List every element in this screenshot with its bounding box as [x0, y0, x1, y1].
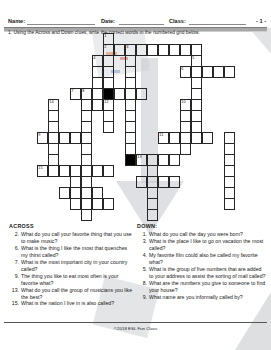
- class-label: Class:: [169, 18, 186, 24]
- instruction-text: 1. Using the Across and Down clues, writ…: [8, 30, 258, 35]
- cell-number: 5: [192, 56, 194, 61]
- across-heading: ACROSS: [9, 223, 133, 230]
- cell-number: 10: [181, 100, 185, 105]
- clue-item: 7.What is the most important city in you…: [9, 259, 133, 273]
- grid-cell[interactable]: [202, 132, 214, 144]
- cell-number: 15: [38, 166, 42, 171]
- down-section: DOWN: 1.What do you call the day you wer…: [137, 223, 267, 300]
- clue-text: What is the group of five numbers that a…: [149, 266, 267, 280]
- cell-number: 2: [104, 45, 106, 50]
- footer-rule: [4, 322, 267, 323]
- clue-item: 6.What is the thing I like the most that…: [9, 245, 133, 259]
- cell-number: 9: [38, 133, 40, 138]
- grid-cell[interactable]: [169, 176, 181, 188]
- grid-cell[interactable]: [103, 165, 115, 177]
- page-number: - 1 -: [256, 18, 266, 24]
- clue-number: 5.: [137, 266, 149, 280]
- clue-number: 4.: [137, 252, 149, 266]
- clue-text: My favorite film could also be called my…: [149, 252, 267, 266]
- cell-number: 1: [104, 34, 106, 39]
- cell-number: 7: [71, 89, 73, 94]
- down-clue-list: 1.What do you call the day you were born…: [137, 231, 267, 300]
- grid-cell[interactable]: [180, 143, 192, 155]
- clue-item: 1.What do you call the day you were born…: [137, 231, 267, 238]
- clue-number: 1.: [137, 231, 149, 238]
- name-label: Name:: [8, 18, 25, 24]
- clue-item: 5.What is the group of five numbers that…: [137, 266, 267, 280]
- clue-item: 15.What is the nation I live in is also …: [9, 300, 133, 307]
- cell-number: 4: [93, 56, 95, 61]
- cell-number: 11: [159, 133, 163, 138]
- grid-cell[interactable]: [103, 121, 115, 133]
- grid-cell[interactable]: [224, 198, 236, 210]
- clue-text: What are the numbers you give to someone…: [149, 280, 267, 294]
- grid-cell[interactable]: [103, 198, 115, 210]
- clue-number: 3.: [137, 238, 149, 252]
- grid-cell[interactable]: [224, 66, 236, 78]
- clue-text: The thing you like to eat most often is …: [21, 273, 133, 287]
- clue-item: 9.The thing you like to eat most often i…: [9, 273, 133, 287]
- class-input-line[interactable]: [189, 24, 246, 25]
- cell-number: 3: [126, 45, 128, 50]
- clue-text: What is the place I like to go on vacati…: [149, 238, 267, 252]
- clue-number: 8.: [137, 280, 149, 294]
- grid-cell[interactable]: [169, 154, 181, 166]
- clue-text: What is the thing I like the most that q…: [21, 245, 133, 259]
- clue-text: What is the most important city in your …: [21, 259, 133, 273]
- clue-item: 2.What do you call your favorite thing t…: [9, 231, 133, 245]
- date-label: Date:: [101, 18, 115, 24]
- grid-cell[interactable]: [81, 209, 93, 221]
- clue-text: What do you call your favorite thing tha…: [21, 231, 133, 245]
- grid-cell[interactable]: [147, 209, 159, 221]
- clue-number: 2.: [9, 231, 21, 245]
- copyright-text: ©2018 ESL Fun Class: [0, 326, 271, 331]
- cell-number: 14: [49, 100, 53, 105]
- across-clue-list: 2.What do you call your favorite thing t…: [9, 231, 133, 307]
- name-input-line[interactable]: [27, 24, 95, 25]
- clue-item: 13.What do you call the group of musicia…: [9, 287, 133, 301]
- cell-number: 13: [137, 155, 141, 160]
- worksheet-page: Name: Date: Class: - 1 - 1. Using the Ac…: [0, 0, 271, 350]
- clue-item: 4.My favorite film could also be called …: [137, 252, 267, 266]
- grid-cell[interactable]: [136, 88, 148, 100]
- clue-number: 13.: [9, 287, 21, 301]
- clue-item: 8.What are the numbers you give to someo…: [137, 280, 267, 294]
- clue-number: 9.: [9, 273, 21, 287]
- cell-number: 12: [104, 100, 108, 105]
- down-heading: DOWN:: [137, 223, 267, 230]
- clue-item: 9.What name are you informally called by…: [137, 294, 267, 301]
- corner-triangle-bottom-right: [235, 292, 271, 350]
- clue-item: 3.What is the place I like to go on vaca…: [137, 238, 267, 252]
- cell-number: 8: [82, 89, 84, 94]
- clue-text: What do you call the day you were born?: [149, 231, 267, 238]
- across-section: ACROSS 2.What do you call your favorite …: [9, 223, 133, 307]
- clue-number: 7.: [9, 259, 21, 273]
- date-input-line[interactable]: [119, 24, 164, 25]
- clue-number: 15.: [9, 300, 21, 307]
- clue-text: What name are you informally called by?: [149, 294, 267, 301]
- clue-text: What is the nation I live in is also cal…: [21, 300, 133, 307]
- clue-number: 6.: [9, 245, 21, 259]
- clue-number: 9.: [137, 294, 149, 301]
- clue-text: What do you call the group of musicians …: [21, 287, 133, 301]
- cell-number: 6: [181, 67, 183, 72]
